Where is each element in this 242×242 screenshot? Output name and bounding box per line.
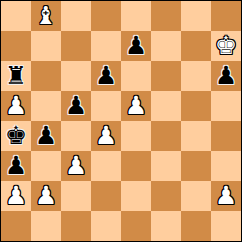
white-bishop-icon[interactable]: ♝ [35, 1, 57, 31]
square-g2[interactable] [181, 181, 211, 211]
square-c2[interactable] [61, 181, 91, 211]
square-d3[interactable] [91, 151, 121, 181]
white-pawn-icon[interactable]: ♟ [95, 121, 117, 151]
square-f7[interactable] [151, 31, 181, 61]
square-h1[interactable] [211, 211, 241, 241]
square-f4[interactable] [151, 121, 181, 151]
square-c6[interactable] [61, 61, 91, 91]
square-h6[interactable]: ♟ [211, 61, 241, 91]
square-b7[interactable] [31, 31, 61, 61]
square-g6[interactable] [181, 61, 211, 91]
square-b6[interactable] [31, 61, 61, 91]
black-pawn-icon[interactable]: ♟ [125, 31, 147, 61]
square-c3[interactable]: ♟ [61, 151, 91, 181]
square-g8[interactable] [181, 1, 211, 31]
square-g4[interactable] [181, 121, 211, 151]
black-pawn-icon[interactable]: ♟ [35, 121, 57, 151]
square-e1[interactable] [121, 211, 151, 241]
square-g3[interactable] [181, 151, 211, 181]
square-f2[interactable] [151, 181, 181, 211]
square-b8[interactable]: ♝ [31, 1, 61, 31]
square-d1[interactable] [91, 211, 121, 241]
square-h5[interactable] [211, 91, 241, 121]
white-pawn-icon[interactable]: ♟ [5, 91, 27, 121]
square-d8[interactable] [91, 1, 121, 31]
square-g5[interactable] [181, 91, 211, 121]
square-e7[interactable]: ♟ [121, 31, 151, 61]
chess-board: ♝♟♚♜♟♟♟♟♟♚♟♟♟♟♟♟♟ [0, 0, 242, 242]
square-a2[interactable]: ♟ [1, 181, 31, 211]
square-a5[interactable]: ♟ [1, 91, 31, 121]
square-f1[interactable] [151, 211, 181, 241]
square-e3[interactable] [121, 151, 151, 181]
square-c1[interactable] [61, 211, 91, 241]
square-h4[interactable] [211, 121, 241, 151]
white-pawn-icon[interactable]: ♟ [35, 181, 57, 211]
square-f3[interactable] [151, 151, 181, 181]
white-king-icon[interactable]: ♚ [215, 31, 237, 61]
square-c8[interactable] [61, 1, 91, 31]
black-pawn-icon[interactable]: ♟ [95, 61, 117, 91]
square-b4[interactable]: ♟ [31, 121, 61, 151]
square-d7[interactable] [91, 31, 121, 61]
square-d2[interactable] [91, 181, 121, 211]
black-king-icon[interactable]: ♚ [5, 121, 27, 151]
square-b5[interactable] [31, 91, 61, 121]
square-g1[interactable] [181, 211, 211, 241]
square-a6[interactable]: ♜ [1, 61, 31, 91]
black-pawn-icon[interactable]: ♟ [65, 91, 87, 121]
white-pawn-icon[interactable]: ♟ [5, 181, 27, 211]
square-c5[interactable]: ♟ [61, 91, 91, 121]
square-e6[interactable] [121, 61, 151, 91]
square-g7[interactable] [181, 31, 211, 61]
square-e4[interactable] [121, 121, 151, 151]
square-f5[interactable] [151, 91, 181, 121]
square-f8[interactable] [151, 1, 181, 31]
square-h8[interactable] [211, 1, 241, 31]
white-pawn-icon[interactable]: ♟ [215, 181, 237, 211]
square-h2[interactable]: ♟ [211, 181, 241, 211]
square-b1[interactable] [31, 211, 61, 241]
square-c4[interactable] [61, 121, 91, 151]
chess-diagram: ♝♟♚♜♟♟♟♟♟♚♟♟♟♟♟♟♟ [0, 0, 242, 242]
square-h3[interactable] [211, 151, 241, 181]
square-a4[interactable]: ♚ [1, 121, 31, 151]
square-f6[interactable] [151, 61, 181, 91]
white-pawn-icon[interactable]: ♟ [65, 151, 87, 181]
square-d4[interactable]: ♟ [91, 121, 121, 151]
square-a8[interactable] [1, 1, 31, 31]
white-pawn-icon[interactable]: ♟ [125, 91, 147, 121]
black-rook-icon[interactable]: ♜ [5, 61, 27, 91]
square-b3[interactable] [31, 151, 61, 181]
black-pawn-icon[interactable]: ♟ [215, 61, 237, 91]
square-b2[interactable]: ♟ [31, 181, 61, 211]
square-c7[interactable] [61, 31, 91, 61]
square-e8[interactable] [121, 1, 151, 31]
square-d5[interactable] [91, 91, 121, 121]
square-a7[interactable] [1, 31, 31, 61]
square-a1[interactable] [1, 211, 31, 241]
square-d6[interactable]: ♟ [91, 61, 121, 91]
square-e5[interactable]: ♟ [121, 91, 151, 121]
black-pawn-icon[interactable]: ♟ [5, 151, 27, 181]
square-e2[interactable] [121, 181, 151, 211]
square-a3[interactable]: ♟ [1, 151, 31, 181]
square-h7[interactable]: ♚ [211, 31, 241, 61]
